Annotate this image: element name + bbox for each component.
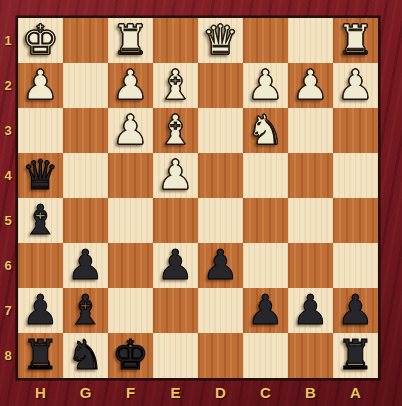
file-label-b: B	[288, 381, 333, 404]
black-bishop[interactable]: ♝	[67, 288, 104, 333]
square-e7[interactable]	[153, 288, 198, 333]
white-pawn[interactable]: ♟	[112, 63, 149, 108]
rank-label-7: 7	[0, 288, 16, 333]
rank-label-1: 1	[0, 18, 16, 63]
square-e6[interactable]: ♟	[153, 243, 198, 288]
white-pawn[interactable]: ♟	[292, 63, 329, 108]
black-knight[interactable]: ♞	[67, 333, 104, 378]
square-e5[interactable]	[153, 198, 198, 243]
square-a1[interactable]: ♜	[333, 18, 378, 63]
black-pawn[interactable]: ♟	[292, 288, 329, 333]
square-d6[interactable]: ♟	[198, 243, 243, 288]
square-c2[interactable]: ♟	[243, 63, 288, 108]
chess-board: ♚♜♛♜♟♟♝♟♟♟♟♝♞♛♟♝♟♟♟♟♝♟♟♟♜♞♚♜	[16, 16, 380, 380]
square-b7[interactable]: ♟	[288, 288, 333, 333]
black-rook[interactable]: ♜	[22, 333, 59, 378]
rank-label-3: 3	[0, 108, 16, 153]
black-pawn[interactable]: ♟	[67, 243, 104, 288]
white-queen[interactable]: ♛	[202, 18, 239, 63]
square-a2[interactable]: ♟	[333, 63, 378, 108]
square-d2[interactable]	[198, 63, 243, 108]
file-label-g: G	[63, 381, 108, 404]
white-king[interactable]: ♚	[22, 18, 59, 63]
square-b4[interactable]	[288, 153, 333, 198]
square-h8[interactable]: ♜	[18, 333, 63, 378]
rank-label-2: 2	[0, 63, 16, 108]
square-h4[interactable]: ♛	[18, 153, 63, 198]
file-labels: HGFEDCBA	[18, 381, 378, 404]
white-bishop[interactable]: ♝	[157, 108, 194, 153]
black-pawn[interactable]: ♟	[157, 243, 194, 288]
rank-label-4: 4	[0, 153, 16, 198]
black-pawn[interactable]: ♟	[22, 288, 59, 333]
square-a4[interactable]	[333, 153, 378, 198]
file-label-c: C	[243, 381, 288, 404]
square-d4[interactable]	[198, 153, 243, 198]
black-bishop[interactable]: ♝	[22, 198, 59, 243]
square-a7[interactable]: ♟	[333, 288, 378, 333]
square-c7[interactable]: ♟	[243, 288, 288, 333]
square-c8[interactable]	[243, 333, 288, 378]
square-h6[interactable]	[18, 243, 63, 288]
square-g3[interactable]	[63, 108, 108, 153]
square-b8[interactable]	[288, 333, 333, 378]
white-rook[interactable]: ♜	[112, 18, 149, 63]
square-f1[interactable]: ♜	[108, 18, 153, 63]
square-g5[interactable]	[63, 198, 108, 243]
square-h5[interactable]: ♝	[18, 198, 63, 243]
square-d5[interactable]	[198, 198, 243, 243]
white-pawn[interactable]: ♟	[337, 63, 374, 108]
square-e2[interactable]: ♝	[153, 63, 198, 108]
black-pawn[interactable]: ♟	[337, 288, 374, 333]
square-g1[interactable]	[63, 18, 108, 63]
rank-labels: 12345678	[0, 18, 16, 378]
square-b2[interactable]: ♟	[288, 63, 333, 108]
black-pawn[interactable]: ♟	[247, 288, 284, 333]
square-b6[interactable]	[288, 243, 333, 288]
rank-label-5: 5	[0, 198, 16, 243]
square-g4[interactable]	[63, 153, 108, 198]
black-rook[interactable]: ♜	[337, 333, 374, 378]
square-h7[interactable]: ♟	[18, 288, 63, 333]
square-d1[interactable]: ♛	[198, 18, 243, 63]
square-e8[interactable]	[153, 333, 198, 378]
square-c4[interactable]	[243, 153, 288, 198]
square-e1[interactable]	[153, 18, 198, 63]
square-g2[interactable]	[63, 63, 108, 108]
square-c1[interactable]	[243, 18, 288, 63]
square-b3[interactable]	[288, 108, 333, 153]
chess-board-frame: 12345678 ♚♜♛♜♟♟♝♟♟♟♟♝♞♛♟♝♟♟♟♟♝♟♟♟♜♞♚♜ HG…	[0, 0, 402, 406]
square-f6[interactable]	[108, 243, 153, 288]
rank-label-6: 6	[0, 243, 16, 288]
file-label-h: H	[18, 381, 63, 404]
file-label-a: A	[333, 381, 378, 404]
square-d3[interactable]	[198, 108, 243, 153]
square-h2[interactable]: ♟	[18, 63, 63, 108]
square-c6[interactable]	[243, 243, 288, 288]
square-c5[interactable]	[243, 198, 288, 243]
white-pawn[interactable]: ♟	[112, 108, 149, 153]
square-e3[interactable]: ♝	[153, 108, 198, 153]
square-g8[interactable]: ♞	[63, 333, 108, 378]
file-label-f: F	[108, 381, 153, 404]
black-queen[interactable]: ♛	[22, 153, 59, 198]
square-a6[interactable]	[333, 243, 378, 288]
square-f5[interactable]	[108, 198, 153, 243]
square-f7[interactable]	[108, 288, 153, 333]
square-f8[interactable]: ♚	[108, 333, 153, 378]
white-rook[interactable]: ♜	[337, 18, 374, 63]
square-a3[interactable]	[333, 108, 378, 153]
white-bishop[interactable]: ♝	[157, 63, 194, 108]
white-pawn[interactable]: ♟	[22, 63, 59, 108]
white-knight[interactable]: ♞	[247, 108, 284, 153]
square-a8[interactable]: ♜	[333, 333, 378, 378]
white-pawn[interactable]: ♟	[157, 153, 194, 198]
rank-label-8: 8	[0, 333, 16, 378]
square-b1[interactable]	[288, 18, 333, 63]
square-f4[interactable]	[108, 153, 153, 198]
square-e4[interactable]: ♟	[153, 153, 198, 198]
square-b5[interactable]	[288, 198, 333, 243]
square-f3[interactable]: ♟	[108, 108, 153, 153]
file-label-d: D	[198, 381, 243, 404]
square-h1[interactable]: ♚	[18, 18, 63, 63]
square-d7[interactable]	[198, 288, 243, 333]
square-c3[interactable]: ♞	[243, 108, 288, 153]
square-g7[interactable]: ♝	[63, 288, 108, 333]
black-pawn[interactable]: ♟	[202, 243, 239, 288]
square-h3[interactable]	[18, 108, 63, 153]
square-d8[interactable]	[198, 333, 243, 378]
white-pawn[interactable]: ♟	[247, 63, 284, 108]
square-g6[interactable]: ♟	[63, 243, 108, 288]
black-king[interactable]: ♚	[112, 333, 149, 378]
square-a5[interactable]	[333, 198, 378, 243]
file-label-e: E	[153, 381, 198, 404]
square-f2[interactable]: ♟	[108, 63, 153, 108]
